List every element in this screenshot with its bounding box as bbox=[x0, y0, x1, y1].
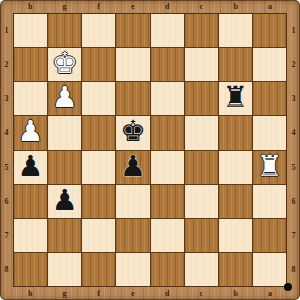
square-b6[interactable] bbox=[219, 185, 252, 218]
square-c7[interactable] bbox=[185, 219, 218, 252]
square-c4[interactable] bbox=[185, 116, 218, 149]
square-f5[interactable] bbox=[82, 151, 115, 184]
square-e3[interactable] bbox=[116, 82, 149, 115]
square-f7[interactable] bbox=[82, 219, 115, 252]
rank-label-6: 6 bbox=[287, 184, 300, 218]
square-b2[interactable] bbox=[219, 48, 252, 81]
file-label-g: g bbox=[47, 287, 81, 300]
square-b5[interactable] bbox=[219, 151, 252, 184]
file-label-b: b bbox=[219, 287, 253, 300]
file-label-b: b bbox=[219, 0, 253, 13]
square-e4[interactable]: ♚ bbox=[116, 116, 149, 149]
square-g5[interactable] bbox=[48, 151, 81, 184]
square-c3[interactable] bbox=[185, 82, 218, 115]
square-d6[interactable] bbox=[151, 185, 184, 218]
square-d1[interactable] bbox=[151, 14, 184, 47]
square-a5[interactable]: ♜ bbox=[253, 151, 286, 184]
square-f8[interactable] bbox=[82, 253, 115, 286]
square-e8[interactable] bbox=[116, 253, 149, 286]
piece-white-rook[interactable]: ♜ bbox=[256, 152, 282, 183]
square-d3[interactable] bbox=[151, 82, 184, 115]
square-e1[interactable] bbox=[116, 14, 149, 47]
square-c6[interactable] bbox=[185, 185, 218, 218]
square-a7[interactable] bbox=[253, 219, 286, 252]
file-label-g: g bbox=[47, 0, 81, 13]
square-d2[interactable] bbox=[151, 48, 184, 81]
file-label-e: e bbox=[116, 287, 150, 300]
square-b4[interactable] bbox=[219, 116, 252, 149]
rank-label-8: 8 bbox=[287, 253, 300, 287]
rank-label-6: 6 bbox=[0, 184, 13, 218]
square-b1[interactable] bbox=[219, 14, 252, 47]
square-a1[interactable] bbox=[253, 14, 286, 47]
square-d5[interactable] bbox=[151, 151, 184, 184]
file-label-h: h bbox=[13, 287, 47, 300]
rank-label-1: 1 bbox=[0, 13, 13, 47]
square-d7[interactable] bbox=[151, 219, 184, 252]
square-c8[interactable] bbox=[185, 253, 218, 286]
file-label-a: a bbox=[253, 287, 287, 300]
square-e2[interactable] bbox=[116, 48, 149, 81]
square-h8[interactable] bbox=[14, 253, 47, 286]
rank-label-8: 8 bbox=[0, 253, 13, 287]
rank-label-5: 5 bbox=[287, 150, 300, 184]
square-b3[interactable]: ♜ bbox=[219, 82, 252, 115]
board-grid: ♚♟♜♟♚♟♟♜♟ bbox=[13, 13, 287, 287]
square-a6[interactable] bbox=[253, 185, 286, 218]
file-label-f: f bbox=[82, 0, 116, 13]
piece-black-pawn[interactable]: ♟ bbox=[52, 186, 78, 217]
square-h5[interactable]: ♟ bbox=[14, 151, 47, 184]
black-to-move-indicator-icon bbox=[284, 283, 292, 291]
piece-white-pawn[interactable]: ♟ bbox=[52, 83, 78, 114]
piece-black-pawn[interactable]: ♟ bbox=[120, 152, 146, 183]
file-label-e: e bbox=[116, 0, 150, 13]
square-f3[interactable] bbox=[82, 82, 115, 115]
square-h7[interactable] bbox=[14, 219, 47, 252]
square-g6[interactable]: ♟ bbox=[48, 185, 81, 218]
rank-label-4: 4 bbox=[0, 116, 13, 150]
piece-white-king[interactable]: ♚ bbox=[52, 49, 78, 80]
file-labels-bottom: hgfedcba bbox=[13, 287, 287, 300]
file-label-f: f bbox=[82, 287, 116, 300]
file-label-h: h bbox=[13, 0, 47, 13]
square-a8[interactable] bbox=[253, 253, 286, 286]
file-label-c: c bbox=[184, 0, 218, 13]
file-label-a: a bbox=[253, 0, 287, 13]
rank-label-2: 2 bbox=[0, 47, 13, 81]
square-f6[interactable] bbox=[82, 185, 115, 218]
square-h4[interactable]: ♟ bbox=[14, 116, 47, 149]
rank-label-2: 2 bbox=[287, 47, 300, 81]
square-a2[interactable] bbox=[253, 48, 286, 81]
file-label-d: d bbox=[150, 287, 184, 300]
rank-label-1: 1 bbox=[287, 13, 300, 47]
file-label-c: c bbox=[184, 287, 218, 300]
square-h2[interactable] bbox=[14, 48, 47, 81]
square-a3[interactable] bbox=[253, 82, 286, 115]
square-c2[interactable] bbox=[185, 48, 218, 81]
rank-label-5: 5 bbox=[0, 150, 13, 184]
square-e7[interactable] bbox=[116, 219, 149, 252]
piece-black-king[interactable]: ♚ bbox=[120, 117, 146, 148]
file-labels-top: hgfedcba bbox=[13, 0, 287, 13]
square-g4[interactable] bbox=[48, 116, 81, 149]
file-label-d: d bbox=[150, 0, 184, 13]
square-b7[interactable] bbox=[219, 219, 252, 252]
square-f1[interactable] bbox=[82, 14, 115, 47]
square-g2[interactable]: ♚ bbox=[48, 48, 81, 81]
square-g1[interactable] bbox=[48, 14, 81, 47]
rank-label-3: 3 bbox=[0, 82, 13, 116]
square-g7[interactable] bbox=[48, 219, 81, 252]
square-h1[interactable] bbox=[14, 14, 47, 47]
square-d8[interactable] bbox=[151, 253, 184, 286]
square-h6[interactable] bbox=[14, 185, 47, 218]
square-a4[interactable] bbox=[253, 116, 286, 149]
rank-label-4: 4 bbox=[287, 116, 300, 150]
rank-labels-right: 12345678 bbox=[287, 13, 300, 287]
square-c5[interactable] bbox=[185, 151, 218, 184]
square-c1[interactable] bbox=[185, 14, 218, 47]
square-h3[interactable] bbox=[14, 82, 47, 115]
piece-black-rook[interactable]: ♜ bbox=[222, 83, 248, 114]
rank-labels-left: 12345678 bbox=[0, 13, 13, 287]
rank-label-3: 3 bbox=[287, 82, 300, 116]
square-g8[interactable] bbox=[48, 253, 81, 286]
square-d4[interactable] bbox=[151, 116, 184, 149]
square-b8[interactable] bbox=[219, 253, 252, 286]
square-e6[interactable] bbox=[116, 185, 149, 218]
rank-label-7: 7 bbox=[287, 219, 300, 253]
chessboard-frame: hgfedcba hgfedcba 12345678 12345678 ♚♟♜♟… bbox=[0, 0, 300, 300]
square-e5[interactable]: ♟ bbox=[116, 151, 149, 184]
piece-white-pawn[interactable]: ♟ bbox=[18, 117, 44, 148]
square-f4[interactable] bbox=[82, 116, 115, 149]
square-g3[interactable]: ♟ bbox=[48, 82, 81, 115]
square-f2[interactable] bbox=[82, 48, 115, 81]
rank-label-7: 7 bbox=[0, 219, 13, 253]
piece-black-pawn[interactable]: ♟ bbox=[18, 152, 44, 183]
